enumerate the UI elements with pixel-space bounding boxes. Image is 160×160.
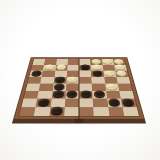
light-piece-f7: ⛀ bbox=[92, 65, 102, 70]
board-3d-wrap: ⛀⛀⛀⛀⛀⛂⛀⛀⛂⛂⛀⛀⛂⛀⛂⛀⛂⛂⛂⛂⛂⛂⛂⛂ bbox=[12, 57, 146, 123]
light-piece-h6: ⛀ bbox=[116, 70, 127, 75]
light-piece-f8: ⛀ bbox=[91, 59, 100, 64]
dark-piece-g2: ⛂ bbox=[108, 98, 120, 105]
square-c1: ⛂ bbox=[49, 107, 65, 116]
light-piece-g8: ⛀ bbox=[103, 59, 113, 64]
light-piece-h8: ⛀ bbox=[114, 59, 124, 64]
dark-piece-f6: ⛂ bbox=[92, 70, 102, 75]
dark-piece-c3: ⛂ bbox=[53, 91, 64, 97]
square-b2: ⛂ bbox=[36, 99, 52, 107]
light-piece-b7: ⛀ bbox=[44, 65, 54, 70]
square-f2 bbox=[93, 99, 108, 107]
dark-piece-a6: ⛂ bbox=[31, 70, 42, 75]
square-h5 bbox=[116, 77, 130, 84]
light-piece-h7: ⛀ bbox=[115, 65, 125, 70]
square-h4 bbox=[118, 84, 133, 91]
square-b1 bbox=[34, 107, 50, 116]
dark-piece-c1: ⛂ bbox=[51, 107, 63, 114]
square-c3: ⛂ bbox=[51, 91, 65, 99]
checkers-board: ⛀⛀⛀⛀⛀⛂⛀⛀⛂⛂⛀⛀⛂⛀⛂⛀⛂⛂⛂⛂⛂⛂⛂⛂ bbox=[12, 57, 146, 123]
square-f3: ⛂ bbox=[92, 91, 106, 99]
dark-piece-h2: ⛂ bbox=[122, 98, 135, 105]
square-d2 bbox=[65, 99, 79, 107]
dark-piece-c5: ⛂ bbox=[55, 77, 65, 83]
square-e2 bbox=[79, 99, 93, 107]
square-b5 bbox=[40, 77, 54, 84]
square-d1 bbox=[64, 107, 79, 116]
square-b4 bbox=[39, 84, 53, 91]
dark-piece-d3: ⛂ bbox=[67, 91, 78, 97]
square-h3 bbox=[119, 91, 134, 99]
dark-piece-c4: ⛂ bbox=[54, 83, 65, 89]
board-fold-line bbox=[78, 58, 80, 124]
square-h2: ⛂ bbox=[121, 99, 137, 107]
square-c5: ⛂ bbox=[53, 77, 66, 84]
square-d3: ⛂ bbox=[65, 91, 79, 99]
square-h1 bbox=[122, 107, 139, 116]
light-piece-c7: ⛀ bbox=[56, 65, 66, 70]
square-b3 bbox=[37, 91, 52, 99]
square-c2 bbox=[50, 99, 65, 107]
board-hinge-notch bbox=[74, 119, 83, 124]
square-e3: ⛂ bbox=[79, 91, 93, 99]
dark-piece-e7: ⛂ bbox=[80, 65, 89, 70]
light-piece-d5: ⛀ bbox=[68, 77, 78, 83]
board-photo-scene: ⛀⛀⛀⛀⛀⛂⛀⛀⛂⛂⛀⛀⛂⛀⛂⛀⛂⛂⛂⛂⛂⛂⛂⛂ bbox=[0, 0, 160, 160]
square-f1 bbox=[93, 107, 109, 116]
square-e5 bbox=[79, 77, 92, 84]
dark-piece-b2: ⛂ bbox=[38, 98, 50, 105]
square-f5 bbox=[91, 77, 104, 84]
dark-piece-f3: ⛂ bbox=[94, 91, 105, 97]
light-piece-g4: ⛀ bbox=[106, 83, 117, 89]
dark-piece-e3: ⛂ bbox=[80, 91, 91, 97]
light-piece-g6: ⛀ bbox=[104, 70, 114, 75]
square-e1 bbox=[79, 107, 94, 116]
square-d5: ⛀ bbox=[66, 77, 79, 84]
